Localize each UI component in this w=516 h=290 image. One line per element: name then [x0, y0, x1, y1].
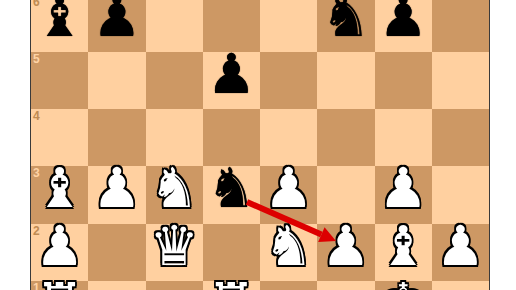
square-b2[interactable] [88, 224, 145, 281]
square-e1[interactable] [260, 281, 317, 290]
piece-white-bishop-a3[interactable]: ♝ [31, 160, 88, 217]
rank-label-5: 5 [33, 52, 40, 66]
piece-white-king-g1[interactable]: ♚ [375, 275, 432, 290]
piece-white-pawn-g3[interactable]: ♟ [375, 160, 432, 217]
square-h5[interactable] [432, 52, 489, 109]
piece-black-knight-f6[interactable]: ♞ [317, 0, 374, 46]
square-f4[interactable] [317, 109, 374, 166]
piece-white-pawn-h2[interactable]: ♟ [432, 218, 489, 275]
chessboard-screenshot: 654321♝♟♞♟♟♝♟♞♞♟♟♟♛♞♟♝♟♜♜♚ [0, 0, 516, 290]
square-e5[interactable] [260, 52, 317, 109]
square-c6[interactable] [146, 0, 203, 52]
piece-white-knight-c3[interactable]: ♞ [146, 160, 203, 217]
square-h1[interactable] [432, 281, 489, 290]
square-h4[interactable] [432, 109, 489, 166]
square-h6[interactable] [432, 0, 489, 52]
piece-white-pawn-a2[interactable]: ♟ [31, 218, 88, 275]
chess-board[interactable]: 654321♝♟♞♟♟♝♟♞♞♟♟♟♛♞♟♝♟♜♜♚ [31, 0, 489, 290]
square-b1[interactable] [88, 281, 145, 290]
square-a5[interactable]: 5 [31, 52, 88, 109]
square-c5[interactable] [146, 52, 203, 109]
square-c1[interactable] [146, 281, 203, 290]
square-b5[interactable] [88, 52, 145, 109]
piece-black-pawn-b6[interactable]: ♟ [88, 0, 145, 46]
piece-black-pawn-g6[interactable]: ♟ [375, 0, 432, 46]
piece-white-pawn-f2[interactable]: ♟ [317, 218, 374, 275]
piece-white-knight-e2[interactable]: ♞ [260, 218, 317, 275]
piece-white-pawn-e3[interactable]: ♟ [260, 160, 317, 217]
square-f1[interactable] [317, 281, 374, 290]
square-g5[interactable] [375, 52, 432, 109]
piece-white-queen-c2[interactable]: ♛ [146, 218, 203, 275]
piece-white-pawn-b3[interactable]: ♟ [88, 160, 145, 217]
piece-white-rook-a1[interactable]: ♜ [31, 275, 88, 290]
piece-black-bishop-a6[interactable]: ♝ [31, 0, 88, 46]
square-e6[interactable] [260, 0, 317, 52]
square-f5[interactable] [317, 52, 374, 109]
board-frame: 654321♝♟♞♟♟♝♟♞♞♟♟♟♛♞♟♝♟♜♜♚ [30, 0, 490, 290]
piece-white-rook-d1[interactable]: ♜ [203, 275, 260, 290]
piece-black-pawn-d5[interactable]: ♟ [203, 46, 260, 103]
rank-label-4: 4 [33, 109, 40, 123]
piece-white-bishop-g2[interactable]: ♝ [375, 218, 432, 275]
piece-black-knight-d3[interactable]: ♞ [203, 160, 260, 217]
